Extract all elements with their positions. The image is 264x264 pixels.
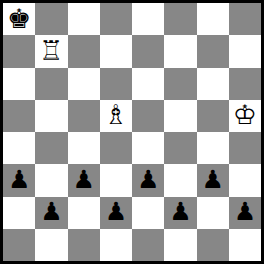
square-g7[interactable] (197, 35, 229, 67)
square-g6[interactable] (197, 68, 229, 100)
square-g8[interactable] (197, 3, 229, 35)
piece-black-pawn: ♟ (137, 167, 159, 192)
square-a6[interactable] (3, 68, 35, 100)
square-h6[interactable] (229, 68, 261, 100)
square-f3[interactable] (164, 164, 196, 196)
piece-black-pawn: ♟ (72, 167, 94, 192)
square-h1[interactable] (229, 229, 261, 261)
square-e6[interactable] (132, 68, 164, 100)
square-c6[interactable] (68, 68, 100, 100)
chess-board: ♚♖♗♔♟♟♟♟♟♟♟♟ (3, 3, 261, 261)
square-b6[interactable] (35, 68, 67, 100)
square-c5[interactable] (68, 100, 100, 132)
square-b8[interactable] (35, 3, 67, 35)
square-e7[interactable] (132, 35, 164, 67)
piece-black-pawn: ♟ (234, 199, 256, 224)
square-a3[interactable]: ♟ (3, 164, 35, 196)
square-b2[interactable]: ♟ (35, 197, 67, 229)
square-d2[interactable]: ♟ (100, 197, 132, 229)
square-d4[interactable] (100, 132, 132, 164)
square-f1[interactable] (164, 229, 196, 261)
square-f5[interactable] (164, 100, 196, 132)
square-b3[interactable] (35, 164, 67, 196)
square-a7[interactable] (3, 35, 35, 67)
piece-black-pawn: ♟ (201, 167, 223, 192)
square-h8[interactable] (229, 3, 261, 35)
square-e3[interactable]: ♟ (132, 164, 164, 196)
square-c3[interactable]: ♟ (68, 164, 100, 196)
square-c1[interactable] (68, 229, 100, 261)
square-a5[interactable] (3, 100, 35, 132)
square-e1[interactable] (132, 229, 164, 261)
square-h5[interactable]: ♔ (229, 100, 261, 132)
square-d8[interactable] (100, 3, 132, 35)
square-c4[interactable] (68, 132, 100, 164)
square-b7[interactable]: ♖ (35, 35, 67, 67)
square-f8[interactable] (164, 3, 196, 35)
square-d7[interactable] (100, 35, 132, 67)
piece-black-pawn: ♟ (8, 167, 30, 192)
square-h2[interactable]: ♟ (229, 197, 261, 229)
piece-white-king: ♔ (233, 101, 257, 128)
square-d3[interactable] (100, 164, 132, 196)
square-a4[interactable] (3, 132, 35, 164)
square-g3[interactable]: ♟ (197, 164, 229, 196)
piece-black-pawn: ♟ (169, 199, 191, 224)
square-h7[interactable] (229, 35, 261, 67)
piece-black-pawn: ♟ (105, 199, 127, 224)
piece-black-pawn: ♟ (40, 199, 62, 224)
square-a1[interactable] (3, 229, 35, 261)
square-d5[interactable]: ♗ (100, 100, 132, 132)
square-e4[interactable] (132, 132, 164, 164)
square-g1[interactable] (197, 229, 229, 261)
square-c7[interactable] (68, 35, 100, 67)
square-e2[interactable] (132, 197, 164, 229)
piece-white-bishop: ♗ (104, 101, 128, 128)
square-f7[interactable] (164, 35, 196, 67)
square-h4[interactable] (229, 132, 261, 164)
square-c8[interactable] (68, 3, 100, 35)
square-e8[interactable] (132, 3, 164, 35)
square-d1[interactable] (100, 229, 132, 261)
square-f4[interactable] (164, 132, 196, 164)
square-b5[interactable] (35, 100, 67, 132)
piece-black-king: ♚ (7, 5, 31, 32)
square-c2[interactable] (68, 197, 100, 229)
square-b4[interactable] (35, 132, 67, 164)
square-f2[interactable]: ♟ (164, 197, 196, 229)
square-a8[interactable]: ♚ (3, 3, 35, 35)
square-f6[interactable] (164, 68, 196, 100)
square-e5[interactable] (132, 100, 164, 132)
piece-white-rook: ♖ (39, 37, 63, 64)
square-d6[interactable] (100, 68, 132, 100)
chess-board-frame: ♚♖♗♔♟♟♟♟♟♟♟♟ (0, 0, 264, 264)
square-a2[interactable] (3, 197, 35, 229)
square-g4[interactable] (197, 132, 229, 164)
square-g5[interactable] (197, 100, 229, 132)
square-b1[interactable] (35, 229, 67, 261)
square-g2[interactable] (197, 197, 229, 229)
square-h3[interactable] (229, 164, 261, 196)
